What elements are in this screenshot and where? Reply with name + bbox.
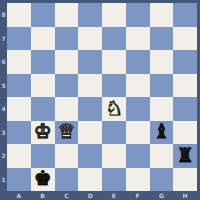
square-c5[interactable]: [55, 74, 79, 98]
square-f8[interactable]: [126, 3, 150, 27]
square-h2[interactable]: ♜: [173, 144, 197, 168]
square-f7[interactable]: [126, 27, 150, 51]
square-c6[interactable]: [55, 50, 79, 74]
square-g2[interactable]: [150, 144, 174, 168]
file-labels: ABCDEFGH: [7, 191, 197, 200]
rank-label-5: 5: [0, 74, 7, 98]
square-b8[interactable]: [31, 3, 55, 27]
square-d1[interactable]: [78, 168, 102, 192]
square-h4[interactable]: [173, 97, 197, 121]
file-label-a: A: [7, 191, 31, 200]
square-g7[interactable]: [150, 27, 174, 51]
file-label-g: G: [150, 191, 174, 200]
square-b3[interactable]: ♚: [31, 121, 55, 145]
square-d7[interactable]: [78, 27, 102, 51]
square-h6[interactable]: [173, 50, 197, 74]
file-label-e: E: [102, 191, 126, 200]
rank-label-1: 1: [0, 168, 7, 192]
square-c1[interactable]: [55, 168, 79, 192]
square-c2[interactable]: [55, 144, 79, 168]
square-a4[interactable]: [7, 97, 31, 121]
square-e4[interactable]: ♞: [102, 97, 126, 121]
square-f6[interactable]: [126, 50, 150, 74]
square-e5[interactable]: [102, 74, 126, 98]
square-d6[interactable]: [78, 50, 102, 74]
file-label-h: H: [173, 191, 197, 200]
rank-label-7: 7: [0, 27, 7, 51]
square-b5[interactable]: [31, 74, 55, 98]
square-e7[interactable]: [102, 27, 126, 51]
square-e2[interactable]: [102, 144, 126, 168]
file-label-c: C: [55, 191, 79, 200]
file-label-d: D: [78, 191, 102, 200]
square-a7[interactable]: [7, 27, 31, 51]
rank-label-2: 2: [0, 144, 7, 168]
square-a5[interactable]: [7, 74, 31, 98]
square-b2[interactable]: [31, 144, 55, 168]
rank-label-8: 8: [0, 3, 7, 27]
square-g3[interactable]: ♝: [150, 121, 174, 145]
black-bishop[interactable]: ♝: [152, 121, 170, 141]
square-f5[interactable]: [126, 74, 150, 98]
square-b1[interactable]: ♚: [31, 168, 55, 192]
square-f2[interactable]: [126, 144, 150, 168]
black-king[interactable]: ♚: [34, 168, 52, 188]
square-a1[interactable]: [7, 168, 31, 192]
file-label-b: B: [31, 191, 55, 200]
chess-board: ♞♚♛♝♜♚: [7, 3, 197, 191]
square-g6[interactable]: [150, 50, 174, 74]
square-d4[interactable]: [78, 97, 102, 121]
chess-board-frame: 87654321 ABCDEFGH ♞♚♛♝♜♚: [0, 0, 200, 200]
square-h1[interactable]: [173, 168, 197, 192]
square-c7[interactable]: [55, 27, 79, 51]
square-e1[interactable]: [102, 168, 126, 192]
black-rook[interactable]: ♜: [176, 145, 194, 165]
file-label-f: F: [126, 191, 150, 200]
square-g5[interactable]: [150, 74, 174, 98]
square-a6[interactable]: [7, 50, 31, 74]
square-d8[interactable]: [78, 3, 102, 27]
square-g1[interactable]: [150, 168, 174, 192]
square-d3[interactable]: [78, 121, 102, 145]
rank-label-3: 3: [0, 121, 7, 145]
square-c4[interactable]: [55, 97, 79, 121]
white-king[interactable]: ♚: [34, 121, 52, 141]
square-g8[interactable]: [150, 3, 174, 27]
square-h3[interactable]: [173, 121, 197, 145]
square-a2[interactable]: [7, 144, 31, 168]
square-f1[interactable]: [126, 168, 150, 192]
square-h5[interactable]: [173, 74, 197, 98]
rank-labels: 87654321: [0, 3, 7, 191]
square-e3[interactable]: [102, 121, 126, 145]
square-c3[interactable]: ♛: [55, 121, 79, 145]
square-d5[interactable]: [78, 74, 102, 98]
white-queen[interactable]: ♛: [57, 121, 75, 141]
square-h7[interactable]: [173, 27, 197, 51]
square-f4[interactable]: [126, 97, 150, 121]
square-g4[interactable]: [150, 97, 174, 121]
square-d2[interactable]: [78, 144, 102, 168]
square-e8[interactable]: [102, 3, 126, 27]
square-b6[interactable]: [31, 50, 55, 74]
square-e6[interactable]: [102, 50, 126, 74]
square-c8[interactable]: [55, 3, 79, 27]
white-knight[interactable]: ♞: [105, 98, 123, 118]
square-b4[interactable]: [31, 97, 55, 121]
square-b7[interactable]: [31, 27, 55, 51]
rank-label-4: 4: [0, 97, 7, 121]
square-a3[interactable]: [7, 121, 31, 145]
rank-label-6: 6: [0, 50, 7, 74]
square-h8[interactable]: [173, 3, 197, 27]
square-f3[interactable]: [126, 121, 150, 145]
square-a8[interactable]: [7, 3, 31, 27]
